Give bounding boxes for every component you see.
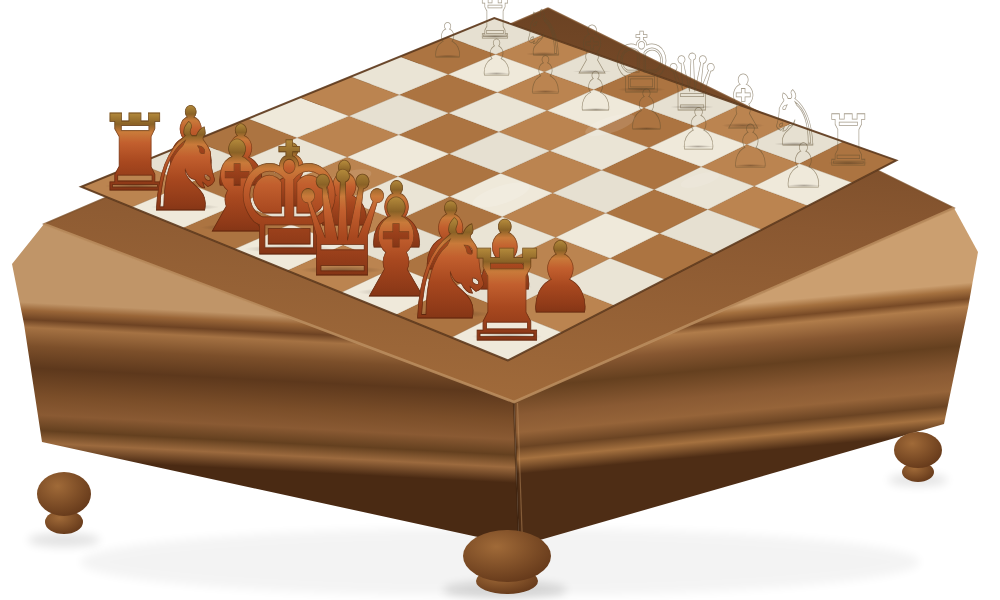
bun-foot-near <box>463 530 551 582</box>
piece-white-pawn-g2[interactable]: ♟ <box>472 34 521 83</box>
piece-white-pawn-b2[interactable]: ♟ <box>721 118 780 177</box>
pawn-glyph: ♟ <box>674 101 722 158</box>
pawn-glyph: ♟ <box>428 17 468 64</box>
chess-set-photo-scene: ♜♞♟♝♟♚♟♛♟♝♟♞♟♜♟♟♟♟♜♟♞♟♝♟♚♟♛♟♝♟♞♜ <box>0 0 1000 600</box>
pawn-glyph: ♟ <box>623 83 669 138</box>
bun-foot-right <box>894 432 942 468</box>
pawn-glyph: ♟ <box>524 50 567 101</box>
pawn-glyph: ♟ <box>476 34 517 83</box>
piece-white-pawn-d2[interactable]: ♟ <box>619 83 674 138</box>
piece-white-pawn-h2[interactable]: ♟ <box>424 17 471 64</box>
rook-glyph: ♜ <box>454 234 560 360</box>
bun-foot-left <box>37 472 91 516</box>
pawn-glyph: ♟ <box>778 136 829 197</box>
pawn-glyph: ♟ <box>573 66 618 119</box>
foot-shadow-left <box>28 533 100 547</box>
piece-white-pawn-f2[interactable]: ♟ <box>520 50 571 101</box>
piece-black-rook-a8[interactable]: ♜ <box>444 234 570 360</box>
piece-white-pawn-a2[interactable]: ♟ <box>773 136 834 197</box>
piece-white-pawn-e2[interactable]: ♟ <box>569 66 622 119</box>
pawn-glyph: ♟ <box>726 118 775 177</box>
piece-white-pawn-c2[interactable]: ♟ <box>670 101 727 158</box>
